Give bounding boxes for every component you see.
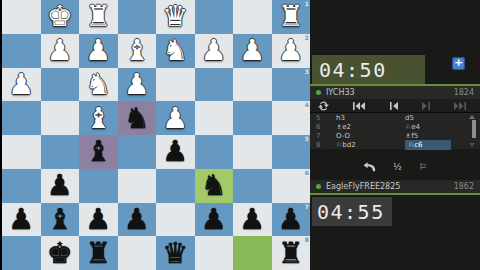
square-f2[interactable]: ♟ xyxy=(79,34,118,68)
square-a2[interactable]: ♟2 xyxy=(272,34,311,68)
white-k-piece: ♚ xyxy=(47,2,73,31)
square-c6[interactable]: ♞ xyxy=(195,169,234,203)
black-p-piece: ♟ xyxy=(278,205,304,234)
black-q-piece: ♛ xyxy=(162,239,188,268)
square-g2[interactable]: ♟ xyxy=(41,34,80,68)
square-h1[interactable] xyxy=(2,0,41,34)
square-e8[interactable] xyxy=(118,236,157,270)
white-n-piece: ♞ xyxy=(162,36,188,65)
game-actions: ½ ⚐ xyxy=(310,158,480,176)
white-n-piece: ♞ xyxy=(85,70,111,99)
square-b7[interactable]: ♟ xyxy=(233,203,272,237)
rank-label: 5 xyxy=(305,135,309,142)
game-screen: ♚♜♛♜1♟♟♝♞♟♟♟2♟♞♟3♝♞♟4♝♟5♟♞6♟♝♟♟♟♟♟7♚♜♛♜8… xyxy=(0,0,480,270)
black-b-piece: ♝ xyxy=(47,205,73,234)
give-time-button[interactable]: + xyxy=(452,57,465,70)
square-c1[interactable] xyxy=(195,0,234,34)
white-b-piece: ♝ xyxy=(85,104,111,133)
square-g4[interactable] xyxy=(41,101,80,135)
square-d7[interactable] xyxy=(156,203,195,237)
square-d4[interactable]: ♟ xyxy=(156,101,195,135)
takeback-button[interactable] xyxy=(363,162,376,172)
square-g3[interactable] xyxy=(41,68,80,102)
scroll-up-icon[interactable] xyxy=(469,115,475,119)
square-g1[interactable]: ♚ xyxy=(41,0,80,34)
chess-board[interactable]: ♚♜♛♜1♟♟♝♞♟♟♟2♟♞♟3♝♞♟4♝♟5♟♞6♟♝♟♟♟♟♟7♚♜♛♜8 xyxy=(2,0,310,270)
black-p-piece: ♟ xyxy=(47,171,73,200)
black-b-piece: ♝ xyxy=(85,137,111,166)
white-r-piece: ♜ xyxy=(278,2,304,31)
square-d3[interactable] xyxy=(156,68,195,102)
white-p-piece: ♟ xyxy=(162,104,188,133)
resign-flag-button[interactable]: ⚐ xyxy=(419,162,427,172)
move-7-white[interactable]: O-O xyxy=(336,132,405,140)
square-c4[interactable] xyxy=(195,101,234,135)
square-f1[interactable]: ♜ xyxy=(79,0,118,34)
square-h6[interactable] xyxy=(2,169,41,203)
square-h4[interactable] xyxy=(2,101,41,135)
square-h5[interactable] xyxy=(2,135,41,169)
online-dot xyxy=(316,184,321,189)
square-c5[interactable] xyxy=(195,135,234,169)
rank-label: 4 xyxy=(305,101,309,108)
square-b8[interactable] xyxy=(233,236,272,270)
online-dot xyxy=(316,90,321,95)
square-b6[interactable] xyxy=(233,169,272,203)
rank-label: 8 xyxy=(305,236,309,243)
square-f7[interactable]: ♟ xyxy=(79,203,118,237)
square-e2[interactable]: ♝ xyxy=(118,34,157,68)
rank-label: 6 xyxy=(305,169,309,176)
move-number: 6 xyxy=(316,123,336,131)
move-nav-bar xyxy=(310,99,480,112)
square-h2[interactable] xyxy=(2,34,41,68)
square-b2[interactable]: ♟ xyxy=(233,34,272,68)
square-c3[interactable] xyxy=(195,68,234,102)
black-p-piece: ♟ xyxy=(201,205,227,234)
black-r-piece: ♜ xyxy=(85,239,111,268)
square-e4[interactable]: ♞ xyxy=(118,101,157,135)
top-player-clock: 04:50 xyxy=(312,55,425,84)
move-number: 8 xyxy=(316,141,336,149)
square-f6[interactable] xyxy=(79,169,118,203)
white-p-piece: ♟ xyxy=(278,36,304,65)
square-c8[interactable] xyxy=(195,236,234,270)
current-move[interactable]: ♘c6 xyxy=(405,140,451,150)
black-k-piece: ♚ xyxy=(47,239,73,268)
square-g8[interactable]: ♚ xyxy=(41,236,80,270)
square-b1[interactable] xyxy=(233,0,272,34)
move-6-white[interactable]: ♗e2 xyxy=(336,123,405,131)
square-c7[interactable]: ♟ xyxy=(195,203,234,237)
top-player-rating: 1824 xyxy=(454,88,474,97)
go-to-end-button[interactable] xyxy=(454,102,466,110)
black-n-piece: ♞ xyxy=(124,104,150,133)
square-a4[interactable]: 4 xyxy=(272,101,311,135)
move-number: 5 xyxy=(316,114,336,122)
square-h7[interactable]: ♟ xyxy=(2,203,41,237)
black-p-piece: ♟ xyxy=(162,137,188,166)
white-q-piece: ♛ xyxy=(162,2,188,31)
bottom-divider xyxy=(310,193,480,195)
white-p-piece: ♟ xyxy=(201,36,227,65)
move-row-5: 5h3d5 xyxy=(310,113,480,122)
square-f4[interactable]: ♝ xyxy=(79,101,118,135)
black-p-piece: ♟ xyxy=(239,205,265,234)
white-p-piece: ♟ xyxy=(47,36,73,65)
bottom-player-row: EagleFlyFREE2825 1862 xyxy=(310,180,480,193)
game-panel: 04:50 + IYCH33 1824 5 xyxy=(310,0,480,270)
square-d2[interactable]: ♞ xyxy=(156,34,195,68)
move-number: 7 xyxy=(316,132,336,140)
rank-label: 1 xyxy=(305,0,309,7)
flip-board-button[interactable] xyxy=(318,101,329,111)
bottom-player-rating: 1862 xyxy=(454,182,474,191)
black-r-piece: ♜ xyxy=(278,239,304,268)
black-p-piece: ♟ xyxy=(85,205,111,234)
square-a6[interactable]: 6 xyxy=(272,169,311,203)
white-b-piece: ♝ xyxy=(124,36,150,65)
rank-label: 7 xyxy=(305,203,309,210)
bottom-player-name[interactable]: EagleFlyFREE2825 xyxy=(326,182,400,191)
square-c2[interactable]: ♟ xyxy=(195,34,234,68)
square-b4[interactable] xyxy=(233,101,272,135)
white-p-piece: ♟ xyxy=(8,70,34,99)
square-g7[interactable]: ♝ xyxy=(41,203,80,237)
square-f5[interactable]: ♝ xyxy=(79,135,118,169)
square-e3[interactable]: ♟ xyxy=(118,68,157,102)
square-g6[interactable]: ♟ xyxy=(41,169,80,203)
move-7-black[interactable]: ♗f5 xyxy=(405,132,480,140)
draw-offer-button[interactable]: ½ xyxy=(393,162,402,172)
square-e1[interactable] xyxy=(118,0,157,34)
move-row-7: 7O-O♗f5 xyxy=(310,131,480,140)
black-n-piece: ♞ xyxy=(201,171,227,200)
square-d1[interactable]: ♛ xyxy=(156,0,195,34)
white-r-piece: ♜ xyxy=(85,2,111,31)
square-a5[interactable]: 5 xyxy=(272,135,311,169)
move-row-6: 6♗e2♘e4 xyxy=(310,122,480,131)
black-p-piece: ♟ xyxy=(8,205,34,234)
move-list: 5h3d56♗e2♘e47O-O♗f58♘bd2♘c6 xyxy=(310,112,480,149)
square-f8[interactable]: ♜ xyxy=(79,236,118,270)
move-6-black[interactable]: ♘e4 xyxy=(405,123,480,131)
top-player-row: IYCH33 1824 xyxy=(310,86,480,99)
square-f3[interactable]: ♞ xyxy=(79,68,118,102)
square-e7[interactable]: ♟ xyxy=(118,203,157,237)
square-h3[interactable]: ♟ xyxy=(2,68,41,102)
square-a3[interactable]: 3 xyxy=(272,68,311,102)
rank-label: 2 xyxy=(305,34,309,41)
square-b3[interactable] xyxy=(233,68,272,102)
rank-label: 3 xyxy=(305,68,309,75)
white-p-piece: ♟ xyxy=(85,36,111,65)
square-d6[interactable] xyxy=(156,169,195,203)
go-to-start-button[interactable] xyxy=(353,102,365,110)
square-a8[interactable]: ♜8 xyxy=(272,236,311,270)
white-p-piece: ♟ xyxy=(124,70,150,99)
square-d5[interactable]: ♟ xyxy=(156,135,195,169)
previous-move-button[interactable] xyxy=(390,102,398,110)
square-a1[interactable]: ♜1 xyxy=(272,0,311,34)
scroll-down-icon[interactable] xyxy=(469,143,475,147)
scrollbar-thumb[interactable] xyxy=(472,120,476,138)
square-h8[interactable] xyxy=(2,236,41,270)
move-5-white[interactable]: h3 xyxy=(336,114,405,122)
square-e5[interactable] xyxy=(118,135,157,169)
move-8-white[interactable]: ♘bd2 xyxy=(336,141,405,149)
square-b5[interactable] xyxy=(233,135,272,169)
square-e6[interactable] xyxy=(118,169,157,203)
white-p-piece: ♟ xyxy=(239,36,265,65)
black-p-piece: ♟ xyxy=(124,205,150,234)
move-row-8: 8♘bd2♘c6 xyxy=(310,140,480,149)
square-a7[interactable]: ♟7 xyxy=(272,203,311,237)
next-move-button[interactable] xyxy=(422,102,430,110)
square-d8[interactable]: ♛ xyxy=(156,236,195,270)
top-player-name[interactable]: IYCH33 xyxy=(326,88,355,97)
bottom-player-clock: 04:55 xyxy=(312,197,392,226)
square-g5[interactable] xyxy=(41,135,80,169)
